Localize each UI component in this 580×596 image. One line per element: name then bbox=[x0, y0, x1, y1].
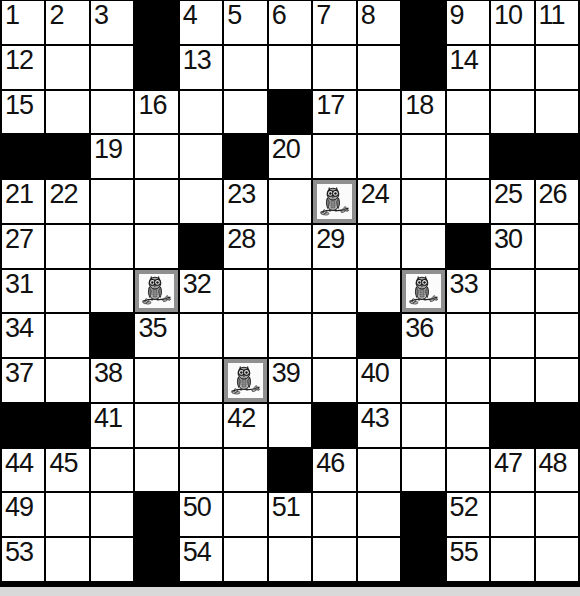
cell-r1-c6[interactable]: 5 bbox=[224, 1, 266, 44]
clue-number: 9 bbox=[450, 1, 464, 30]
cell-r12-c1[interactable]: 49 bbox=[2, 493, 44, 536]
cell-r3-c1[interactable]: 15 bbox=[2, 91, 44, 134]
black-cell-r4-c2 bbox=[46, 135, 88, 178]
cell-r5-c5[interactable] bbox=[180, 180, 222, 223]
cell-r1-c1[interactable]: 1 bbox=[2, 1, 44, 44]
clue-number: 14 bbox=[450, 46, 478, 75]
cell-r1-c13[interactable]: 11 bbox=[536, 1, 578, 44]
cell-r7-c13[interactable] bbox=[536, 270, 578, 313]
clue-number: 44 bbox=[5, 449, 33, 478]
cell-r7-c1[interactable]: 31 bbox=[2, 270, 44, 313]
cell-r5-c12[interactable]: 25 bbox=[491, 180, 533, 223]
cell-r5-c13[interactable]: 26 bbox=[536, 180, 578, 223]
cell-r13-c13[interactable] bbox=[536, 538, 578, 581]
cell-r12-c5[interactable]: 50 bbox=[180, 493, 222, 536]
clue-number: 41 bbox=[94, 404, 122, 433]
cell-r6-c4[interactable] bbox=[135, 225, 177, 268]
owl-cell-r7-c10 bbox=[402, 270, 444, 313]
cell-r11-c4[interactable] bbox=[135, 449, 177, 492]
cell-r13-c1[interactable]: 53 bbox=[2, 538, 44, 581]
cell-r11-c12[interactable]: 47 bbox=[491, 449, 533, 492]
cell-r10-c10[interactable] bbox=[402, 404, 444, 447]
cell-r11-c9[interactable] bbox=[358, 449, 400, 492]
black-cell-r6-c5 bbox=[180, 225, 222, 268]
cell-r8-c11[interactable] bbox=[447, 314, 489, 357]
cell-r10-c7[interactable] bbox=[269, 404, 311, 447]
cell-r10-c11[interactable] bbox=[447, 404, 489, 447]
cell-r7-c3[interactable] bbox=[91, 270, 133, 313]
cell-r11-c5[interactable] bbox=[180, 449, 222, 492]
cell-r2-c7[interactable] bbox=[269, 46, 311, 89]
clue-number: 54 bbox=[183, 538, 211, 567]
cell-r6-c13[interactable] bbox=[536, 225, 578, 268]
cell-r7-c12[interactable] bbox=[491, 270, 533, 313]
black-cell-r10-c2 bbox=[46, 404, 88, 447]
clue-number: 38 bbox=[94, 359, 122, 388]
cell-r3-c12[interactable] bbox=[491, 91, 533, 134]
cell-r7-c7[interactable] bbox=[269, 270, 311, 313]
clue-number: 20 bbox=[272, 135, 300, 164]
cell-r8-c2[interactable] bbox=[46, 314, 88, 357]
cell-r13-c11[interactable]: 55 bbox=[447, 538, 489, 581]
clue-number: 16 bbox=[138, 91, 166, 120]
cell-r12-c6[interactable] bbox=[224, 493, 266, 536]
black-cell-r6-c11 bbox=[447, 225, 489, 268]
owl-icon bbox=[408, 275, 439, 306]
clue-number: 45 bbox=[49, 449, 77, 478]
cell-r5-c11[interactable] bbox=[447, 180, 489, 223]
cell-r3-c9[interactable] bbox=[358, 91, 400, 134]
black-cell-r4-c1 bbox=[2, 135, 44, 178]
cell-r4-c5[interactable] bbox=[180, 135, 222, 178]
cell-r3-c13[interactable] bbox=[536, 91, 578, 134]
cell-r1-c3[interactable]: 3 bbox=[91, 1, 133, 44]
cell-r1-c12[interactable]: 10 bbox=[491, 1, 533, 44]
clue-number: 18 bbox=[405, 91, 433, 120]
clue-number: 8 bbox=[361, 1, 375, 30]
cell-r2-c12[interactable] bbox=[491, 46, 533, 89]
cell-r12-c8[interactable] bbox=[313, 493, 355, 536]
clue-number: 25 bbox=[494, 180, 522, 209]
cell-r9-c7[interactable]: 39 bbox=[269, 359, 311, 402]
cell-r2-c5[interactable]: 13 bbox=[180, 46, 222, 89]
owl-icon bbox=[319, 186, 350, 217]
cell-r3-c2[interactable] bbox=[46, 91, 88, 134]
cell-r10-c6[interactable]: 42 bbox=[224, 404, 266, 447]
cell-r11-c13[interactable]: 48 bbox=[536, 449, 578, 492]
clue-number: 27 bbox=[5, 225, 33, 254]
cell-r3-c10[interactable]: 18 bbox=[402, 91, 444, 134]
cell-r12-c11[interactable]: 52 bbox=[447, 493, 489, 536]
clue-number: 24 bbox=[361, 180, 389, 209]
cell-r9-c5[interactable] bbox=[180, 359, 222, 402]
cell-r4-c3[interactable]: 19 bbox=[91, 135, 133, 178]
cell-r7-c2[interactable] bbox=[46, 270, 88, 313]
cell-r3-c6[interactable] bbox=[224, 91, 266, 134]
clue-number: 30 bbox=[494, 225, 522, 254]
cell-r7-c8[interactable] bbox=[313, 270, 355, 313]
cell-r10-c5[interactable] bbox=[180, 404, 222, 447]
cell-r4-c4[interactable] bbox=[135, 135, 177, 178]
cell-r8-c6[interactable] bbox=[224, 314, 266, 357]
clue-number: 52 bbox=[450, 493, 478, 522]
cell-r5-c7[interactable] bbox=[269, 180, 311, 223]
cell-r8-c13[interactable] bbox=[536, 314, 578, 357]
cell-r5-c2[interactable]: 22 bbox=[46, 180, 88, 223]
cell-r13-c12[interactable] bbox=[491, 538, 533, 581]
clue-number: 3 bbox=[94, 1, 108, 30]
cell-r2-c9[interactable] bbox=[358, 46, 400, 89]
cell-r12-c13[interactable] bbox=[536, 493, 578, 536]
cell-r3-c5[interactable] bbox=[180, 91, 222, 134]
cell-r2-c13[interactable] bbox=[536, 46, 578, 89]
cell-r4-c10[interactable] bbox=[402, 135, 444, 178]
cell-r12-c9[interactable] bbox=[358, 493, 400, 536]
cell-r9-c9[interactable]: 40 bbox=[358, 359, 400, 402]
cell-r10-c4[interactable] bbox=[135, 404, 177, 447]
cell-r10-c9[interactable]: 43 bbox=[358, 404, 400, 447]
black-cell-r4-c6 bbox=[224, 135, 266, 178]
clue-number: 32 bbox=[183, 270, 211, 299]
clue-number: 15 bbox=[5, 91, 33, 120]
black-cell-r2-c4 bbox=[135, 46, 177, 89]
cell-r2-c2[interactable] bbox=[46, 46, 88, 89]
cell-r6-c2[interactable] bbox=[46, 225, 88, 268]
cell-r6-c8[interactable]: 29 bbox=[313, 225, 355, 268]
cell-r13-c2[interactable] bbox=[46, 538, 88, 581]
clue-number: 13 bbox=[183, 46, 211, 75]
black-cell-r2-c10 bbox=[402, 46, 444, 89]
cell-r4-c11[interactable] bbox=[447, 135, 489, 178]
crossword-board: 1234567891011121314151617181920212223 bbox=[0, 0, 580, 587]
clue-number: 43 bbox=[361, 404, 389, 433]
cell-r9-c1[interactable]: 37 bbox=[2, 359, 44, 402]
cell-r9-c10[interactable] bbox=[402, 359, 444, 402]
cell-r13-c9[interactable] bbox=[358, 538, 400, 581]
clue-number: 42 bbox=[227, 404, 255, 433]
cell-r8-c7[interactable] bbox=[269, 314, 311, 357]
cell-r9-c2[interactable] bbox=[46, 359, 88, 402]
black-cell-r12-c4 bbox=[135, 493, 177, 536]
black-cell-r1-c4 bbox=[135, 1, 177, 44]
cell-r11-c11[interactable] bbox=[447, 449, 489, 492]
cell-r13-c8[interactable] bbox=[313, 538, 355, 581]
cell-r7-c5[interactable]: 32 bbox=[180, 270, 222, 313]
clue-number: 29 bbox=[316, 225, 344, 254]
cell-r8-c10[interactable]: 36 bbox=[402, 314, 444, 357]
cell-r10-c3[interactable]: 41 bbox=[91, 404, 133, 447]
black-cell-r8-c9 bbox=[358, 314, 400, 357]
clue-number: 26 bbox=[539, 180, 567, 209]
cell-r9-c4[interactable] bbox=[135, 359, 177, 402]
black-cell-r13-c4 bbox=[135, 538, 177, 581]
cell-r4-c8[interactable] bbox=[313, 135, 355, 178]
clue-number: 35 bbox=[138, 314, 166, 343]
cell-r8-c12[interactable] bbox=[491, 314, 533, 357]
cell-r3-c11[interactable] bbox=[447, 91, 489, 134]
cell-r11-c1[interactable]: 44 bbox=[2, 449, 44, 492]
cell-r13-c6[interactable] bbox=[224, 538, 266, 581]
cell-r9-c11[interactable] bbox=[447, 359, 489, 402]
cell-r8-c8[interactable] bbox=[313, 314, 355, 357]
cell-r7-c9[interactable] bbox=[358, 270, 400, 313]
cell-r9-c12[interactable] bbox=[491, 359, 533, 402]
cell-r13-c3[interactable] bbox=[91, 538, 133, 581]
cell-r7-c11[interactable]: 33 bbox=[447, 270, 489, 313]
clue-number: 7 bbox=[316, 1, 330, 30]
black-cell-r12-c10 bbox=[402, 493, 444, 536]
cell-r12-c12[interactable] bbox=[491, 493, 533, 536]
clue-number: 33 bbox=[450, 270, 478, 299]
cell-r5-c4[interactable] bbox=[135, 180, 177, 223]
cell-r5-c9[interactable]: 24 bbox=[358, 180, 400, 223]
black-cell-r10-c12 bbox=[491, 404, 533, 447]
cell-r6-c7[interactable] bbox=[269, 225, 311, 268]
cell-r2-c8[interactable] bbox=[313, 46, 355, 89]
clue-number: 34 bbox=[5, 314, 33, 343]
clue-number: 49 bbox=[5, 493, 33, 522]
black-cell-r10-c1 bbox=[2, 404, 44, 447]
cell-r3-c8[interactable]: 17 bbox=[313, 91, 355, 134]
cell-r1-c2[interactable]: 2 bbox=[46, 1, 88, 44]
owl-frame bbox=[402, 270, 444, 313]
cell-r12-c2[interactable] bbox=[46, 493, 88, 536]
black-cell-r8-c3 bbox=[91, 314, 133, 357]
owl-icon bbox=[141, 275, 172, 306]
owl-cell-r7-c4 bbox=[135, 270, 177, 313]
cell-r11-c6[interactable] bbox=[224, 449, 266, 492]
cell-r12-c3[interactable] bbox=[91, 493, 133, 536]
clue-number: 28 bbox=[227, 225, 255, 254]
cell-r12-c7[interactable]: 51 bbox=[269, 493, 311, 536]
cell-r11-c8[interactable]: 46 bbox=[313, 449, 355, 492]
clue-number: 55 bbox=[450, 538, 478, 567]
cell-r6-c12[interactable]: 30 bbox=[491, 225, 533, 268]
cell-r1-c5[interactable]: 4 bbox=[180, 1, 222, 44]
black-cell-r1-c10 bbox=[402, 1, 444, 44]
cell-r6-c9[interactable] bbox=[358, 225, 400, 268]
black-cell-r4-c13 bbox=[536, 135, 578, 178]
clue-number: 36 bbox=[405, 314, 433, 343]
clue-number: 22 bbox=[49, 180, 77, 209]
cell-r1-c8[interactable]: 7 bbox=[313, 1, 355, 44]
cell-r8-c4[interactable]: 35 bbox=[135, 314, 177, 357]
cell-r11-c2[interactable]: 45 bbox=[46, 449, 88, 492]
cell-r13-c5[interactable]: 54 bbox=[180, 538, 222, 581]
cell-r6-c3[interactable] bbox=[91, 225, 133, 268]
black-cell-r10-c13 bbox=[536, 404, 578, 447]
clue-number: 21 bbox=[5, 180, 33, 209]
clue-number: 50 bbox=[183, 493, 211, 522]
clue-number: 17 bbox=[316, 91, 344, 120]
cell-r5-c6[interactable]: 23 bbox=[224, 180, 266, 223]
clue-number: 12 bbox=[5, 46, 33, 75]
clue-number: 53 bbox=[5, 538, 33, 567]
clue-number: 5 bbox=[227, 1, 241, 30]
cell-r8-c5[interactable] bbox=[180, 314, 222, 357]
cell-r3-c3[interactable] bbox=[91, 91, 133, 134]
cell-r7-c6[interactable] bbox=[224, 270, 266, 313]
cell-r2-c3[interactable] bbox=[91, 46, 133, 89]
cell-r13-c7[interactable] bbox=[269, 538, 311, 581]
cell-r11-c10[interactable] bbox=[402, 449, 444, 492]
cell-r3-c4[interactable]: 16 bbox=[135, 91, 177, 134]
cell-r5-c10[interactable] bbox=[402, 180, 444, 223]
cell-r5-c3[interactable] bbox=[91, 180, 133, 223]
clue-number: 47 bbox=[494, 449, 522, 478]
owl-cell-r9-c6 bbox=[224, 359, 266, 402]
clue-number: 31 bbox=[5, 270, 33, 299]
clue-number: 10 bbox=[494, 1, 522, 30]
owl-frame bbox=[135, 270, 177, 313]
owl-icon bbox=[230, 365, 261, 396]
clue-number: 37 bbox=[5, 359, 33, 388]
clue-number: 2 bbox=[49, 1, 63, 30]
cell-r2-c11[interactable]: 14 bbox=[447, 46, 489, 89]
owl-cell-r5-c8 bbox=[313, 180, 355, 223]
page-bottom-strip bbox=[0, 587, 580, 596]
cell-r1-c9[interactable]: 8 bbox=[358, 1, 400, 44]
crossword-page: 1234567891011121314151617181920212223 bbox=[0, 0, 580, 596]
cell-r9-c8[interactable] bbox=[313, 359, 355, 402]
black-cell-r13-c10 bbox=[402, 538, 444, 581]
clue-number: 46 bbox=[316, 449, 344, 478]
clue-number: 39 bbox=[272, 359, 300, 388]
cell-r9-c13[interactable] bbox=[536, 359, 578, 402]
black-cell-r11-c7 bbox=[269, 449, 311, 492]
black-cell-r10-c8 bbox=[313, 404, 355, 447]
cell-r11-c3[interactable] bbox=[91, 449, 133, 492]
clue-number: 19 bbox=[94, 135, 122, 164]
clue-number: 51 bbox=[272, 493, 300, 522]
owl-frame bbox=[224, 359, 266, 402]
clue-number: 48 bbox=[539, 449, 567, 478]
black-cell-r4-c12 bbox=[491, 135, 533, 178]
cell-r4-c7[interactable]: 20 bbox=[269, 135, 311, 178]
clue-number: 23 bbox=[227, 180, 255, 209]
black-cell-r3-c7 bbox=[269, 91, 311, 134]
clue-number: 40 bbox=[361, 359, 389, 388]
cell-r2-c6[interactable] bbox=[224, 46, 266, 89]
cell-r9-c3[interactable]: 38 bbox=[91, 359, 133, 402]
cell-r5-c1[interactable]: 21 bbox=[2, 180, 44, 223]
cell-r1-c11[interactable]: 9 bbox=[447, 1, 489, 44]
clue-number: 11 bbox=[539, 1, 565, 30]
cell-r6-c10[interactable] bbox=[402, 225, 444, 268]
clue-number: 4 bbox=[183, 1, 197, 30]
cell-r6-c1[interactable]: 27 bbox=[2, 225, 44, 268]
cell-r1-c7[interactable]: 6 bbox=[269, 1, 311, 44]
cell-r2-c1[interactable]: 12 bbox=[2, 46, 44, 89]
cell-r8-c1[interactable]: 34 bbox=[2, 314, 44, 357]
cell-r6-c6[interactable]: 28 bbox=[224, 225, 266, 268]
clue-number: 1 bbox=[5, 1, 19, 30]
clue-number: 6 bbox=[272, 1, 286, 30]
cell-r4-c9[interactable] bbox=[358, 135, 400, 178]
owl-frame bbox=[313, 180, 355, 223]
